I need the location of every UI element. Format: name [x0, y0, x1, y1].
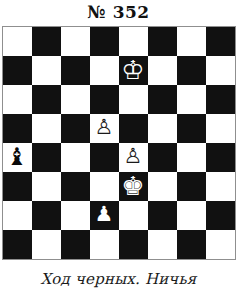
diagram-number: № 352 — [0, 0, 237, 21]
square-f6 — [148, 85, 177, 114]
square-a6 — [3, 85, 32, 114]
square-b7 — [32, 56, 61, 85]
square-f2 — [148, 201, 177, 230]
square-c2 — [61, 201, 90, 230]
square-g5 — [177, 114, 206, 143]
square-e8 — [119, 27, 148, 56]
square-c4 — [61, 143, 90, 172]
square-c5 — [61, 114, 90, 143]
square-a4: ♝ — [3, 143, 32, 172]
square-c1 — [61, 230, 90, 259]
square-e3: ♚ — [119, 172, 148, 201]
diagram-page: № 352 ♔♙♝♙♚♟ Ход черных. Ничья — [0, 0, 237, 297]
square-b2 — [32, 201, 61, 230]
chess-board: ♔♙♝♙♚♟ — [2, 26, 236, 260]
square-d1 — [90, 230, 119, 259]
square-e6 — [119, 85, 148, 114]
square-d4 — [90, 143, 119, 172]
square-g3 — [177, 172, 206, 201]
square-g4 — [177, 143, 206, 172]
square-a1 — [3, 230, 32, 259]
piece-black-bishop-a4: ♝ — [6, 145, 28, 169]
square-a3 — [3, 172, 32, 201]
square-b3 — [32, 172, 61, 201]
square-b5 — [32, 114, 61, 143]
piece-black-king-e7: ♔ — [121, 57, 144, 83]
square-d8 — [90, 27, 119, 56]
square-e5 — [119, 114, 148, 143]
square-e1 — [119, 230, 148, 259]
square-a7 — [3, 56, 32, 85]
square-b6 — [32, 85, 61, 114]
square-a2 — [3, 201, 32, 230]
square-g6 — [177, 85, 206, 114]
square-a8 — [3, 27, 32, 56]
square-f4 — [148, 143, 177, 172]
piece-white-pawn-d2: ♟ — [95, 204, 114, 225]
square-f1 — [148, 230, 177, 259]
square-e4: ♙ — [119, 143, 148, 172]
square-g1 — [177, 230, 206, 259]
piece-white-pawn-e4: ♙ — [124, 146, 143, 167]
square-g7 — [177, 56, 206, 85]
square-c3 — [61, 172, 90, 201]
square-c8 — [61, 27, 90, 56]
square-f5 — [148, 114, 177, 143]
square-h2 — [206, 201, 235, 230]
square-e2 — [119, 201, 148, 230]
square-g2 — [177, 201, 206, 230]
diagram-caption: Ход черных. Ничья — [0, 270, 237, 288]
square-b1 — [32, 230, 61, 259]
square-f8 — [148, 27, 177, 56]
piece-white-pawn-d5: ♙ — [95, 117, 114, 138]
square-d2: ♟ — [90, 201, 119, 230]
square-h4 — [206, 143, 235, 172]
square-b8 — [32, 27, 61, 56]
square-c6 — [61, 85, 90, 114]
square-d6 — [90, 85, 119, 114]
square-h1 — [206, 230, 235, 259]
square-g8 — [177, 27, 206, 56]
square-h8 — [206, 27, 235, 56]
square-h3 — [206, 172, 235, 201]
square-a5 — [3, 114, 32, 143]
square-h6 — [206, 85, 235, 114]
square-c7 — [61, 56, 90, 85]
square-e7: ♔ — [119, 56, 148, 85]
square-b4 — [32, 143, 61, 172]
square-h5 — [206, 114, 235, 143]
square-d5: ♙ — [90, 114, 119, 143]
square-f7 — [148, 56, 177, 85]
square-d3 — [90, 172, 119, 201]
square-h7 — [206, 56, 235, 85]
square-f3 — [148, 172, 177, 201]
piece-white-king-e3: ♚ — [121, 173, 144, 199]
square-d7 — [90, 56, 119, 85]
